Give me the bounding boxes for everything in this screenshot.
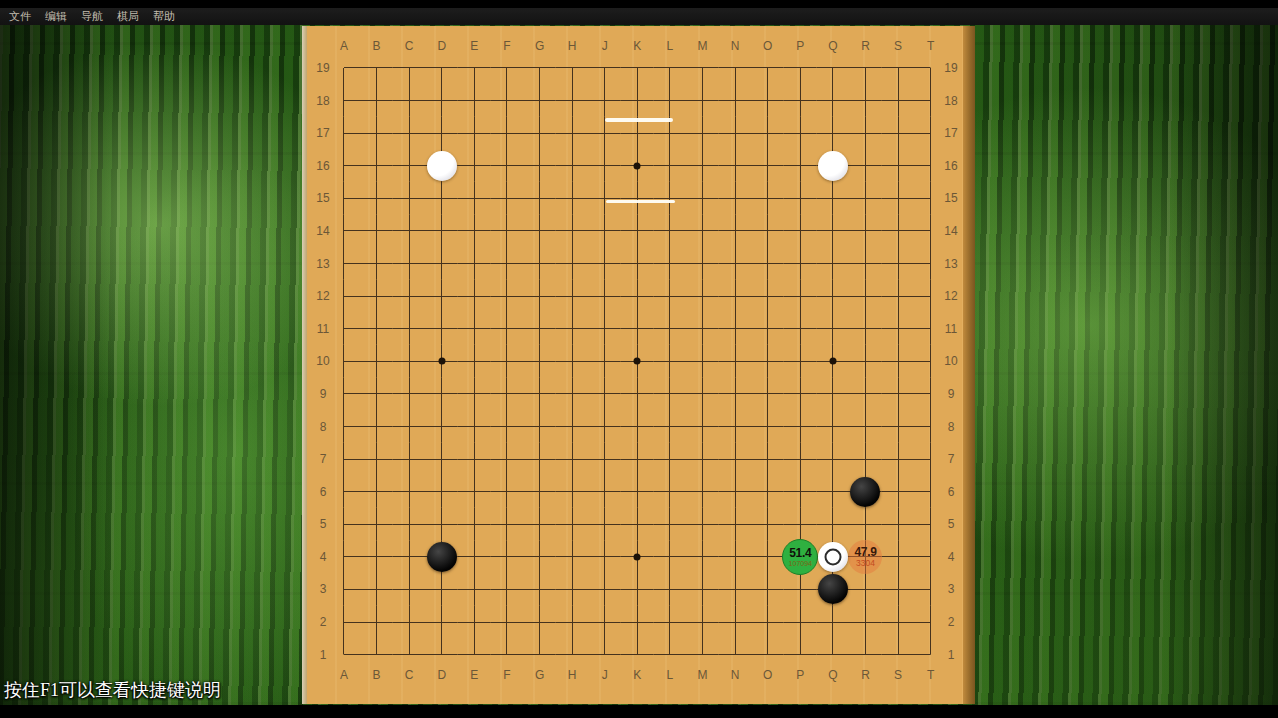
- board-point-C2[interactable]: [393, 606, 426, 639]
- board-point-S17[interactable]: [882, 117, 915, 150]
- board-point-Q1[interactable]: [817, 638, 850, 671]
- board-point-A4[interactable]: [328, 541, 361, 574]
- board-point-O9[interactable]: [751, 378, 784, 411]
- board-point-E14[interactable]: [458, 215, 491, 248]
- board-point-A19[interactable]: [328, 52, 361, 85]
- board-point-A8[interactable]: [328, 410, 361, 443]
- board-point-E10[interactable]: [458, 345, 491, 378]
- board-point-L1[interactable]: [654, 638, 687, 671]
- board-point-G13[interactable]: [523, 247, 556, 280]
- board-point-C13[interactable]: [393, 247, 426, 280]
- board-point-F12[interactable]: [491, 280, 524, 313]
- board-point-J18[interactable]: [588, 84, 621, 117]
- board-point-A3[interactable]: [328, 573, 361, 606]
- board-point-E17[interactable]: [458, 117, 491, 150]
- board-point-Q2[interactable]: [817, 606, 850, 639]
- board-point-J19[interactable]: [588, 52, 621, 85]
- board-point-A13[interactable]: [328, 247, 361, 280]
- board-point-K8[interactable]: [621, 410, 654, 443]
- board-point-R8[interactable]: [849, 410, 882, 443]
- board-point-Q3[interactable]: [817, 573, 850, 606]
- board-point-H12[interactable]: [556, 280, 589, 313]
- board-point-E18[interactable]: [458, 84, 491, 117]
- board-point-N14[interactable]: [719, 215, 752, 248]
- board-point-D12[interactable]: [425, 280, 458, 313]
- board-point-D7[interactable]: [425, 443, 458, 476]
- board-point-H11[interactable]: [556, 312, 589, 345]
- board-point-H2[interactable]: [556, 606, 589, 639]
- board-point-L5[interactable]: [654, 508, 687, 541]
- board-point-R18[interactable]: [849, 84, 882, 117]
- board-point-T9[interactable]: [914, 378, 947, 411]
- board-point-T6[interactable]: [914, 475, 947, 508]
- board-point-F10[interactable]: [491, 345, 524, 378]
- board-point-D16[interactable]: [425, 149, 458, 182]
- board-point-G12[interactable]: [523, 280, 556, 313]
- board-point-C18[interactable]: [393, 84, 426, 117]
- board-point-N4[interactable]: [719, 541, 752, 574]
- board-point-T14[interactable]: [914, 215, 947, 248]
- board-point-J5[interactable]: [588, 508, 621, 541]
- board-point-D15[interactable]: [425, 182, 458, 215]
- board-point-Q11[interactable]: [817, 312, 850, 345]
- board-point-G7[interactable]: [523, 443, 556, 476]
- board-point-S8[interactable]: [882, 410, 915, 443]
- board-point-R6[interactable]: [849, 475, 882, 508]
- board-point-K9[interactable]: [621, 378, 654, 411]
- board-point-L14[interactable]: [654, 215, 687, 248]
- board-point-P7[interactable]: [784, 443, 817, 476]
- board-point-C11[interactable]: [393, 312, 426, 345]
- board-point-P10[interactable]: [784, 345, 817, 378]
- board-point-L18[interactable]: [654, 84, 687, 117]
- board-point-O10[interactable]: [751, 345, 784, 378]
- board-point-D1[interactable]: [425, 638, 458, 671]
- board-point-C5[interactable]: [393, 508, 426, 541]
- board-point-M9[interactable]: [686, 378, 719, 411]
- board-point-K12[interactable]: [621, 280, 654, 313]
- board-point-F16[interactable]: [491, 149, 524, 182]
- board-point-H6[interactable]: [556, 475, 589, 508]
- board-point-C12[interactable]: [393, 280, 426, 313]
- board-point-O18[interactable]: [751, 84, 784, 117]
- board-point-G19[interactable]: [523, 52, 556, 85]
- board-point-K5[interactable]: [621, 508, 654, 541]
- board-point-B4[interactable]: [360, 541, 393, 574]
- board-point-R16[interactable]: [849, 149, 882, 182]
- board-point-M14[interactable]: [686, 215, 719, 248]
- board-point-A15[interactable]: [328, 182, 361, 215]
- board-point-P8[interactable]: [784, 410, 817, 443]
- board-point-O3[interactable]: [751, 573, 784, 606]
- board-point-R10[interactable]: [849, 345, 882, 378]
- board-point-C8[interactable]: [393, 410, 426, 443]
- board-point-N3[interactable]: [719, 573, 752, 606]
- board-point-B16[interactable]: [360, 149, 393, 182]
- board-point-N16[interactable]: [719, 149, 752, 182]
- board-point-D10[interactable]: [425, 345, 458, 378]
- board-point-M17[interactable]: [686, 117, 719, 150]
- board-point-M1[interactable]: [686, 638, 719, 671]
- menu-navigation[interactable]: 导航: [74, 8, 110, 25]
- board-point-F6[interactable]: [491, 475, 524, 508]
- board-point-N5[interactable]: [719, 508, 752, 541]
- board-point-M19[interactable]: [686, 52, 719, 85]
- board-point-M4[interactable]: [686, 541, 719, 574]
- board-point-J9[interactable]: [588, 378, 621, 411]
- board-point-G6[interactable]: [523, 475, 556, 508]
- board-point-H17[interactable]: [556, 117, 589, 150]
- board-point-N7[interactable]: [719, 443, 752, 476]
- board-point-R11[interactable]: [849, 312, 882, 345]
- board-point-O5[interactable]: [751, 508, 784, 541]
- board-point-T11[interactable]: [914, 312, 947, 345]
- board-point-C19[interactable]: [393, 52, 426, 85]
- board-point-L3[interactable]: [654, 573, 687, 606]
- board-point-R2[interactable]: [849, 606, 882, 639]
- board-point-Q12[interactable]: [817, 280, 850, 313]
- board-point-K16[interactable]: [621, 149, 654, 182]
- board-point-O16[interactable]: [751, 149, 784, 182]
- board-point-B10[interactable]: [360, 345, 393, 378]
- board-point-Q8[interactable]: [817, 410, 850, 443]
- board-point-F11[interactable]: [491, 312, 524, 345]
- board-point-C16[interactable]: [393, 149, 426, 182]
- board-point-T3[interactable]: [914, 573, 947, 606]
- board-point-T8[interactable]: [914, 410, 947, 443]
- board-point-E2[interactable]: [458, 606, 491, 639]
- board-point-B17[interactable]: [360, 117, 393, 150]
- board-point-J2[interactable]: [588, 606, 621, 639]
- board-point-G18[interactable]: [523, 84, 556, 117]
- board-point-J13[interactable]: [588, 247, 621, 280]
- board-point-K1[interactable]: [621, 638, 654, 671]
- board-point-R19[interactable]: [849, 52, 882, 85]
- board-point-C6[interactable]: [393, 475, 426, 508]
- board-point-J7[interactable]: [588, 443, 621, 476]
- menu-game[interactable]: 棋局: [110, 8, 146, 25]
- board-point-E9[interactable]: [458, 378, 491, 411]
- board-point-R15[interactable]: [849, 182, 882, 215]
- board-point-H3[interactable]: [556, 573, 589, 606]
- board-point-Q19[interactable]: [817, 52, 850, 85]
- menu-file[interactable]: 文件: [2, 8, 38, 25]
- board-point-S9[interactable]: [882, 378, 915, 411]
- board-point-H10[interactable]: [556, 345, 589, 378]
- board-point-S10[interactable]: [882, 345, 915, 378]
- board-point-R5[interactable]: [849, 508, 882, 541]
- board-point-D11[interactable]: [425, 312, 458, 345]
- board-point-R17[interactable]: [849, 117, 882, 150]
- board-point-L11[interactable]: [654, 312, 687, 345]
- board-point-M5[interactable]: [686, 508, 719, 541]
- board-point-F19[interactable]: [491, 52, 524, 85]
- board-point-Q7[interactable]: [817, 443, 850, 476]
- board-point-C3[interactable]: [393, 573, 426, 606]
- analysis-move-P4[interactable]: 51.4107094: [782, 539, 818, 575]
- board-point-J14[interactable]: [588, 215, 621, 248]
- board-point-N8[interactable]: [719, 410, 752, 443]
- board-point-B13[interactable]: [360, 247, 393, 280]
- board-point-K14[interactable]: [621, 215, 654, 248]
- board-point-C7[interactable]: [393, 443, 426, 476]
- board-point-L2[interactable]: [654, 606, 687, 639]
- board-point-A5[interactable]: [328, 508, 361, 541]
- board-point-O4[interactable]: [751, 541, 784, 574]
- board-point-T18[interactable]: [914, 84, 947, 117]
- board-point-B12[interactable]: [360, 280, 393, 313]
- board-point-D14[interactable]: [425, 215, 458, 248]
- board-point-H4[interactable]: [556, 541, 589, 574]
- board-point-J16[interactable]: [588, 149, 621, 182]
- board-point-E19[interactable]: [458, 52, 491, 85]
- board-point-F18[interactable]: [491, 84, 524, 117]
- board-point-O15[interactable]: [751, 182, 784, 215]
- board-point-G14[interactable]: [523, 215, 556, 248]
- board-point-L9[interactable]: [654, 378, 687, 411]
- board-point-A17[interactable]: [328, 117, 361, 150]
- board-point-H5[interactable]: [556, 508, 589, 541]
- board-point-T16[interactable]: [914, 149, 947, 182]
- board-point-O8[interactable]: [751, 410, 784, 443]
- board-point-P5[interactable]: [784, 508, 817, 541]
- board-point-P11[interactable]: [784, 312, 817, 345]
- board-point-J6[interactable]: [588, 475, 621, 508]
- board-point-F1[interactable]: [491, 638, 524, 671]
- board-point-F5[interactable]: [491, 508, 524, 541]
- board-point-H15[interactable]: [556, 182, 589, 215]
- board-point-T13[interactable]: [914, 247, 947, 280]
- board-point-B19[interactable]: [360, 52, 393, 85]
- board-point-L13[interactable]: [654, 247, 687, 280]
- board-point-S1[interactable]: [882, 638, 915, 671]
- board-point-A18[interactable]: [328, 84, 361, 117]
- board-point-S14[interactable]: [882, 215, 915, 248]
- board-point-T5[interactable]: [914, 508, 947, 541]
- board-point-N18[interactable]: [719, 84, 752, 117]
- board-point-L19[interactable]: [654, 52, 687, 85]
- board-point-C14[interactable]: [393, 215, 426, 248]
- board-point-L4[interactable]: [654, 541, 687, 574]
- board-point-D18[interactable]: [425, 84, 458, 117]
- board-point-K13[interactable]: [621, 247, 654, 280]
- board-point-K11[interactable]: [621, 312, 654, 345]
- board-point-E8[interactable]: [458, 410, 491, 443]
- board-point-Q10[interactable]: [817, 345, 850, 378]
- board-point-B8[interactable]: [360, 410, 393, 443]
- board-point-N6[interactable]: [719, 475, 752, 508]
- board-point-J11[interactable]: [588, 312, 621, 345]
- board-point-K18[interactable]: [621, 84, 654, 117]
- board-point-S12[interactable]: [882, 280, 915, 313]
- board-point-K15[interactable]: [621, 182, 654, 215]
- board-point-S16[interactable]: [882, 149, 915, 182]
- board-point-P18[interactable]: [784, 84, 817, 117]
- board-point-C15[interactable]: [393, 182, 426, 215]
- board-point-G8[interactable]: [523, 410, 556, 443]
- board-point-A2[interactable]: [328, 606, 361, 639]
- menu-help[interactable]: 帮助: [146, 8, 182, 25]
- board-point-S11[interactable]: [882, 312, 915, 345]
- board-point-K7[interactable]: [621, 443, 654, 476]
- board-point-E7[interactable]: [458, 443, 491, 476]
- board-point-D8[interactable]: [425, 410, 458, 443]
- board-point-E5[interactable]: [458, 508, 491, 541]
- board-point-B9[interactable]: [360, 378, 393, 411]
- board-point-F3[interactable]: [491, 573, 524, 606]
- menu-edit[interactable]: 编辑: [38, 8, 74, 25]
- board-point-S7[interactable]: [882, 443, 915, 476]
- board-point-E12[interactable]: [458, 280, 491, 313]
- board-point-G2[interactable]: [523, 606, 556, 639]
- board-point-E3[interactable]: [458, 573, 491, 606]
- board-point-S3[interactable]: [882, 573, 915, 606]
- board-point-M6[interactable]: [686, 475, 719, 508]
- board-point-S13[interactable]: [882, 247, 915, 280]
- board-point-E4[interactable]: [458, 541, 491, 574]
- board-point-K10[interactable]: [621, 345, 654, 378]
- board-point-S18[interactable]: [882, 84, 915, 117]
- board-point-B7[interactable]: [360, 443, 393, 476]
- board-point-B5[interactable]: [360, 508, 393, 541]
- board-point-S5[interactable]: [882, 508, 915, 541]
- board-point-F4[interactable]: [491, 541, 524, 574]
- board-point-H14[interactable]: [556, 215, 589, 248]
- board-point-T4[interactable]: [914, 541, 947, 574]
- board-point-P2[interactable]: [784, 606, 817, 639]
- board-point-J8[interactable]: [588, 410, 621, 443]
- board-point-S2[interactable]: [882, 606, 915, 639]
- board-point-E13[interactable]: [458, 247, 491, 280]
- board-point-Q14[interactable]: [817, 215, 850, 248]
- board-point-F2[interactable]: [491, 606, 524, 639]
- board-point-R3[interactable]: [849, 573, 882, 606]
- board-point-B3[interactable]: [360, 573, 393, 606]
- board-point-G3[interactable]: [523, 573, 556, 606]
- board-point-F15[interactable]: [491, 182, 524, 215]
- board-point-H7[interactable]: [556, 443, 589, 476]
- board-point-T12[interactable]: [914, 280, 947, 313]
- board-point-B15[interactable]: [360, 182, 393, 215]
- board-point-S15[interactable]: [882, 182, 915, 215]
- board-point-L8[interactable]: [654, 410, 687, 443]
- board-point-A16[interactable]: [328, 149, 361, 182]
- board-point-F17[interactable]: [491, 117, 524, 150]
- board-point-O11[interactable]: [751, 312, 784, 345]
- board-point-G1[interactable]: [523, 638, 556, 671]
- board-point-D3[interactable]: [425, 573, 458, 606]
- board-point-K2[interactable]: [621, 606, 654, 639]
- board-point-T10[interactable]: [914, 345, 947, 378]
- board-point-J3[interactable]: [588, 573, 621, 606]
- board-point-B14[interactable]: [360, 215, 393, 248]
- board-point-H18[interactable]: [556, 84, 589, 117]
- board-point-R12[interactable]: [849, 280, 882, 313]
- board-point-Q17[interactable]: [817, 117, 850, 150]
- board-point-D19[interactable]: [425, 52, 458, 85]
- board-point-C1[interactable]: [393, 638, 426, 671]
- board-point-C17[interactable]: [393, 117, 426, 150]
- board-point-O13[interactable]: [751, 247, 784, 280]
- board-point-J1[interactable]: [588, 638, 621, 671]
- board-point-O6[interactable]: [751, 475, 784, 508]
- board-point-M8[interactable]: [686, 410, 719, 443]
- board-point-N1[interactable]: [719, 638, 752, 671]
- board-point-K19[interactable]: [621, 52, 654, 85]
- board-point-R1[interactable]: [849, 638, 882, 671]
- board-point-R4[interactable]: 47.93304: [849, 541, 882, 574]
- board-point-A9[interactable]: [328, 378, 361, 411]
- board-point-L15[interactable]: [654, 182, 687, 215]
- board-point-F7[interactable]: [491, 443, 524, 476]
- board-point-A7[interactable]: [328, 443, 361, 476]
- board-point-N9[interactable]: [719, 378, 752, 411]
- board-point-M15[interactable]: [686, 182, 719, 215]
- board-point-P17[interactable]: [784, 117, 817, 150]
- board-point-H19[interactable]: [556, 52, 589, 85]
- board-point-P16[interactable]: [784, 149, 817, 182]
- board-point-N19[interactable]: [719, 52, 752, 85]
- board-point-H1[interactable]: [556, 638, 589, 671]
- board-point-L16[interactable]: [654, 149, 687, 182]
- board-point-O1[interactable]: [751, 638, 784, 671]
- board-point-O12[interactable]: [751, 280, 784, 313]
- board-point-P1[interactable]: [784, 638, 817, 671]
- board-point-N2[interactable]: [719, 606, 752, 639]
- board-point-K4[interactable]: [621, 541, 654, 574]
- board-point-M13[interactable]: [686, 247, 719, 280]
- board-point-Q6[interactable]: [817, 475, 850, 508]
- board-point-R9[interactable]: [849, 378, 882, 411]
- board-point-D5[interactable]: [425, 508, 458, 541]
- board-point-G16[interactable]: [523, 149, 556, 182]
- analysis-move-R4[interactable]: 47.93304: [848, 540, 882, 574]
- board-point-D6[interactable]: [425, 475, 458, 508]
- board-point-C10[interactable]: [393, 345, 426, 378]
- board-point-K3[interactable]: [621, 573, 654, 606]
- board-point-Q18[interactable]: [817, 84, 850, 117]
- board-point-P13[interactable]: [784, 247, 817, 280]
- board-point-F14[interactable]: [491, 215, 524, 248]
- board-point-M18[interactable]: [686, 84, 719, 117]
- board-point-B1[interactable]: [360, 638, 393, 671]
- board-point-A12[interactable]: [328, 280, 361, 313]
- board-point-N10[interactable]: [719, 345, 752, 378]
- board-point-O2[interactable]: [751, 606, 784, 639]
- board-point-R14[interactable]: [849, 215, 882, 248]
- board-point-N15[interactable]: [719, 182, 752, 215]
- board-point-O19[interactable]: [751, 52, 784, 85]
- board-point-L6[interactable]: [654, 475, 687, 508]
- board-point-M12[interactable]: [686, 280, 719, 313]
- board-point-H8[interactable]: [556, 410, 589, 443]
- board-point-E6[interactable]: [458, 475, 491, 508]
- board-point-H16[interactable]: [556, 149, 589, 182]
- board-point-B18[interactable]: [360, 84, 393, 117]
- board-point-T17[interactable]: [914, 117, 947, 150]
- board-point-Q16[interactable]: [817, 149, 850, 182]
- board-point-A1[interactable]: [328, 638, 361, 671]
- board-point-F8[interactable]: [491, 410, 524, 443]
- board-point-C4[interactable]: [393, 541, 426, 574]
- board-point-P15[interactable]: [784, 182, 817, 215]
- board-point-E1[interactable]: [458, 638, 491, 671]
- board-point-F9[interactable]: [491, 378, 524, 411]
- board-point-P12[interactable]: [784, 280, 817, 313]
- board-point-S6[interactable]: [882, 475, 915, 508]
- board-point-P4[interactable]: 51.4107094: [784, 541, 817, 574]
- board-point-B2[interactable]: [360, 606, 393, 639]
